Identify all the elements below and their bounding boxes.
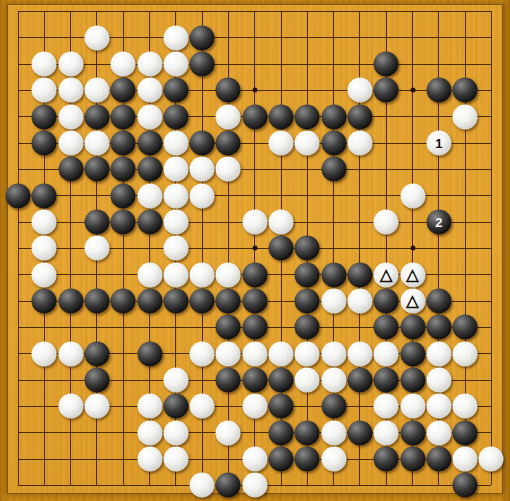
white-stone <box>84 78 109 103</box>
white-stone <box>32 78 57 103</box>
white-stone <box>163 368 188 393</box>
black-stone <box>242 368 267 393</box>
white-stone <box>242 473 267 498</box>
white-stone: △ <box>374 262 399 287</box>
black-stone <box>216 78 241 103</box>
black-stone <box>84 104 109 129</box>
white-stone <box>58 78 83 103</box>
white-stone <box>190 341 215 366</box>
white-stone <box>58 52 83 77</box>
white-stone: △ <box>400 289 425 314</box>
white-stone <box>32 52 57 77</box>
white-stone <box>190 183 215 208</box>
white-stone <box>479 447 504 472</box>
white-stone <box>295 368 320 393</box>
white-stone <box>163 157 188 182</box>
white-stone <box>137 104 162 129</box>
white-stone <box>163 52 188 77</box>
black-stone <box>453 315 478 340</box>
white-stone <box>32 262 57 287</box>
white-stone <box>163 262 188 287</box>
black-stone <box>137 210 162 235</box>
white-stone <box>216 341 241 366</box>
white-stone <box>32 341 57 366</box>
black-stone <box>453 473 478 498</box>
black-stone <box>216 315 241 340</box>
white-stone <box>163 210 188 235</box>
black-stone <box>216 131 241 156</box>
black-stone <box>374 52 399 77</box>
black-stone <box>400 341 425 366</box>
black-stone <box>374 447 399 472</box>
black-stone <box>137 341 162 366</box>
black-stone <box>32 289 57 314</box>
white-stone <box>453 447 478 472</box>
black-stone <box>374 315 399 340</box>
white-stone <box>321 341 346 366</box>
white-stone <box>242 447 267 472</box>
white-stone <box>58 394 83 419</box>
goban[interactable]: 12△△△ <box>7 4 503 494</box>
white-stone <box>137 78 162 103</box>
white-stone <box>32 210 57 235</box>
black-stone <box>111 78 136 103</box>
white-stone <box>295 341 320 366</box>
black-stone <box>111 183 136 208</box>
white-stone <box>163 131 188 156</box>
black-stone <box>84 289 109 314</box>
black-stone <box>242 104 267 129</box>
black-stone <box>58 289 83 314</box>
white-stone <box>426 394 451 419</box>
black-stone <box>295 236 320 261</box>
black-stone <box>137 157 162 182</box>
white-stone <box>190 473 215 498</box>
black-stone <box>163 289 188 314</box>
black-stone <box>111 131 136 156</box>
white-stone <box>374 394 399 419</box>
black-stone <box>426 315 451 340</box>
black-stone <box>269 104 294 129</box>
black-stone <box>347 368 372 393</box>
white-stone <box>269 341 294 366</box>
black-stone <box>269 236 294 261</box>
white-stone <box>321 420 346 445</box>
white-stone <box>163 420 188 445</box>
black-stone <box>374 368 399 393</box>
black-stone <box>269 368 294 393</box>
grid-line-vertical <box>491 11 492 485</box>
black-stone <box>216 368 241 393</box>
white-stone <box>58 341 83 366</box>
white-stone <box>426 420 451 445</box>
black-stone <box>216 473 241 498</box>
white-stone <box>453 104 478 129</box>
triangle-mark-icon: △ <box>406 266 418 282</box>
white-stone <box>400 183 425 208</box>
white-stone <box>347 131 372 156</box>
black-stone <box>242 262 267 287</box>
black-stone <box>190 52 215 77</box>
black-stone <box>84 210 109 235</box>
white-stone <box>269 210 294 235</box>
star-point <box>252 88 257 93</box>
black-stone: 2 <box>426 210 451 235</box>
black-stone <box>295 447 320 472</box>
black-stone <box>111 210 136 235</box>
white-stone <box>84 236 109 261</box>
white-stone <box>374 341 399 366</box>
black-stone <box>295 262 320 287</box>
black-stone <box>321 131 346 156</box>
white-stone <box>347 289 372 314</box>
black-stone <box>58 157 83 182</box>
star-point <box>252 246 257 251</box>
black-stone <box>321 104 346 129</box>
triangle-mark-icon: △ <box>406 293 418 309</box>
black-stone <box>163 104 188 129</box>
white-stone <box>374 210 399 235</box>
black-stone <box>269 394 294 419</box>
white-stone <box>400 394 425 419</box>
black-stone <box>111 104 136 129</box>
white-stone <box>295 131 320 156</box>
white-stone <box>163 183 188 208</box>
black-stone <box>453 78 478 103</box>
white-stone <box>163 236 188 261</box>
black-stone <box>190 25 215 50</box>
star-point <box>410 246 415 251</box>
white-stone <box>190 157 215 182</box>
white-stone <box>32 236 57 261</box>
white-stone <box>347 78 372 103</box>
white-stone <box>190 394 215 419</box>
white-stone <box>321 447 346 472</box>
black-stone <box>453 420 478 445</box>
white-stone <box>347 341 372 366</box>
black-stone <box>295 420 320 445</box>
black-stone <box>347 104 372 129</box>
black-stone <box>137 289 162 314</box>
black-stone <box>347 420 372 445</box>
white-stone <box>242 341 267 366</box>
white-stone <box>453 394 478 419</box>
black-stone <box>295 289 320 314</box>
black-stone <box>374 289 399 314</box>
white-stone <box>137 420 162 445</box>
black-stone <box>321 262 346 287</box>
black-stone <box>190 131 215 156</box>
black-stone <box>242 289 267 314</box>
black-stone <box>111 289 136 314</box>
white-stone <box>84 131 109 156</box>
black-stone <box>347 262 372 287</box>
white-stone <box>269 131 294 156</box>
move-number-label: 1 <box>435 137 442 150</box>
white-stone <box>137 447 162 472</box>
white-stone <box>453 341 478 366</box>
white-stone <box>58 131 83 156</box>
black-stone <box>190 289 215 314</box>
white-stone <box>111 52 136 77</box>
black-stone <box>426 289 451 314</box>
black-stone <box>242 315 267 340</box>
white-stone <box>374 420 399 445</box>
white-stone <box>137 394 162 419</box>
white-stone <box>137 183 162 208</box>
black-stone <box>374 78 399 103</box>
white-stone <box>216 262 241 287</box>
white-stone <box>216 420 241 445</box>
black-stone <box>6 183 31 208</box>
go-board-screenshot: 12△△△ <box>0 0 510 501</box>
white-stone <box>216 157 241 182</box>
star-point <box>410 88 415 93</box>
black-stone <box>32 104 57 129</box>
black-stone <box>269 447 294 472</box>
black-stone <box>269 420 294 445</box>
black-stone <box>400 368 425 393</box>
black-stone <box>426 78 451 103</box>
black-stone <box>216 289 241 314</box>
black-stone <box>400 315 425 340</box>
black-stone <box>163 78 188 103</box>
white-stone <box>242 394 267 419</box>
black-stone <box>295 104 320 129</box>
white-stone <box>84 25 109 50</box>
black-stone <box>84 368 109 393</box>
white-stone <box>242 210 267 235</box>
black-stone <box>400 420 425 445</box>
black-stone <box>295 315 320 340</box>
black-stone <box>32 131 57 156</box>
black-stone <box>84 341 109 366</box>
white-stone: △ <box>400 262 425 287</box>
white-stone <box>137 52 162 77</box>
white-stone <box>163 25 188 50</box>
black-stone <box>400 447 425 472</box>
black-stone <box>426 447 451 472</box>
white-stone <box>321 289 346 314</box>
white-stone <box>426 368 451 393</box>
black-stone <box>84 157 109 182</box>
black-stone <box>321 394 346 419</box>
move-number-label: 2 <box>435 216 442 229</box>
white-stone: 1 <box>426 131 451 156</box>
white-stone <box>137 262 162 287</box>
white-stone <box>58 104 83 129</box>
black-stone <box>321 157 346 182</box>
white-stone <box>216 104 241 129</box>
triangle-mark-icon: △ <box>380 266 392 282</box>
white-stone <box>321 368 346 393</box>
black-stone <box>163 394 188 419</box>
white-stone <box>84 394 109 419</box>
black-stone <box>137 131 162 156</box>
black-stone <box>111 157 136 182</box>
white-stone <box>163 447 188 472</box>
black-stone <box>32 183 57 208</box>
white-stone <box>190 262 215 287</box>
white-stone <box>426 341 451 366</box>
